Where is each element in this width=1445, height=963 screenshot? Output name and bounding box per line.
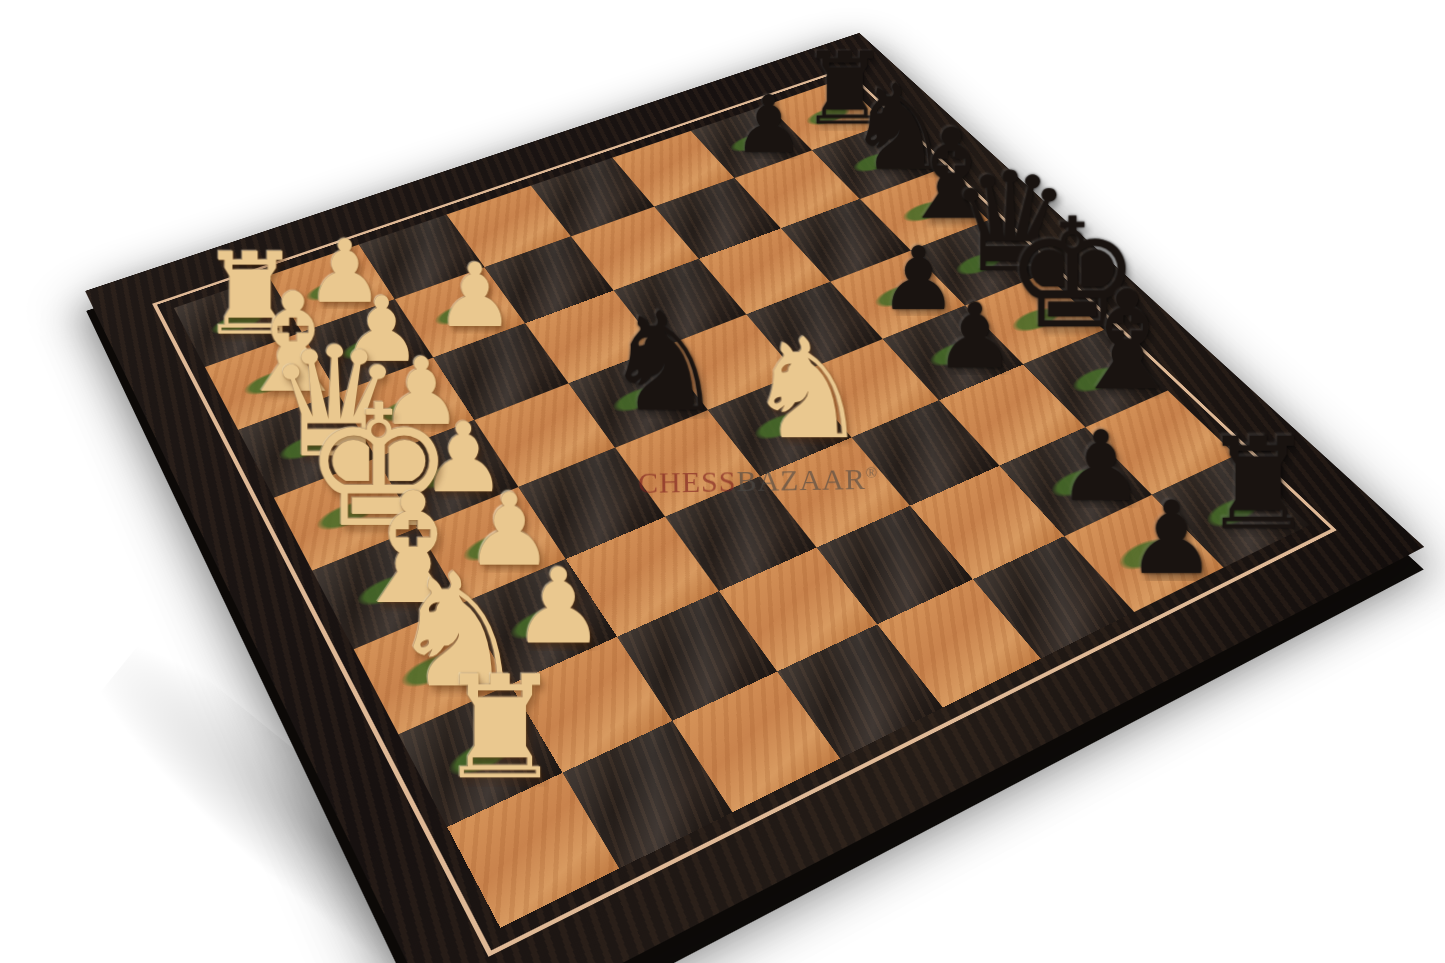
square-b8: ♞ xyxy=(812,124,936,199)
felt-pad-e8 xyxy=(1006,303,1066,337)
piece-black-king-e8: ♚ xyxy=(1004,198,1104,350)
felt-pad-e7 xyxy=(923,336,985,371)
felt-pad-d7 xyxy=(869,279,929,312)
square-c5 xyxy=(614,259,747,348)
felt-pad-c2 xyxy=(374,390,439,427)
felt-pad-b8 xyxy=(848,148,903,176)
square-f5 xyxy=(760,437,910,547)
piece-white-rook-a1: ♜ xyxy=(199,237,299,351)
piece-white-pawn-a2: ♟ xyxy=(296,229,394,316)
chess-board: ♜♟♟♜♝♟♟♞♛♟♝♚♟♞♟♛♝♟♞♟♚♞♟♝♜♟♟♜ xyxy=(85,33,1424,963)
square-a6 xyxy=(612,131,734,207)
felt-pad-g1 xyxy=(443,730,520,783)
square-d6 xyxy=(746,282,882,374)
piece-black-rook-a8: ♜ xyxy=(800,39,888,139)
square-b6 xyxy=(654,178,781,259)
square-b7 xyxy=(735,150,860,228)
square-d7: ♟ xyxy=(830,251,965,339)
piece-black-knight-d4: ♞ xyxy=(603,294,708,431)
chess-board-squares: ♜♟♟♜♝♟♟♞♛♟♝♚♟♞♟♛♝♟♞♟♚♞♟♝♜♟♟♜ xyxy=(174,79,1309,927)
photo-scene: ♜♟♟♜♝♟♟♞♛♟♝♚♟♞♟♛♝♟♞♟♚♞♟♝♜♟♟♜ xyxy=(0,0,1445,963)
felt-pad-f2 xyxy=(504,599,576,645)
felt-pad-a1 xyxy=(207,305,269,339)
square-c3 xyxy=(433,323,568,420)
square-a8: ♜ xyxy=(767,79,887,150)
square-e8: ♚ xyxy=(965,273,1104,364)
square-b3: ♟ xyxy=(395,267,525,357)
felt-pad-c8 xyxy=(897,196,954,226)
square-e7: ♟ xyxy=(883,306,1023,401)
felt-pad-d4 xyxy=(607,380,671,417)
piece-black-pawn-d7: ♟ xyxy=(869,236,968,323)
piece-white-bishop-b1: ♝ xyxy=(232,276,336,413)
felt-pad-b1 xyxy=(240,364,304,400)
felt-pad-e2 xyxy=(458,524,527,567)
square-a3 xyxy=(359,215,485,300)
square-d8: ♛ xyxy=(911,220,1045,305)
square-a4 xyxy=(446,186,570,268)
piece-white-pawn-b3: ♟ xyxy=(425,253,525,341)
felt-pad-d8 xyxy=(950,248,1008,280)
square-a7: ♟ xyxy=(691,105,812,178)
felt-pad-a8 xyxy=(801,102,854,128)
square-b5 xyxy=(571,207,699,291)
square-c7 xyxy=(781,199,911,282)
square-c4 xyxy=(525,290,659,383)
square-a1: ♜ xyxy=(174,276,302,367)
square-c8: ♝ xyxy=(860,171,989,251)
piece-black-bishop-f8: ♝ xyxy=(1066,273,1169,410)
square-b2: ♟ xyxy=(302,299,434,393)
piece-white-queen-c1: ♛ xyxy=(266,327,373,480)
felt-pad-d2 xyxy=(415,455,482,495)
piece-black-knight-b8: ♞ xyxy=(846,68,937,187)
piece-white-pawn-b2: ♟ xyxy=(331,286,433,376)
square-c6 xyxy=(699,228,830,314)
felt-pad-b2 xyxy=(337,329,400,364)
square-a2: ♟ xyxy=(268,245,395,333)
piece-black-pawn-a7: ♟ xyxy=(724,86,814,165)
felt-pad-b3 xyxy=(430,296,491,329)
felt-pad-g7 xyxy=(1044,462,1110,502)
piece-black-queen-d8: ♛ xyxy=(948,154,1045,292)
felt-pad-a2 xyxy=(302,273,363,306)
square-a5 xyxy=(531,158,654,237)
piece-white-knight-e5: ♞ xyxy=(745,319,851,458)
felt-pad-a7 xyxy=(725,128,780,155)
felt-pad-h8 xyxy=(1199,491,1265,533)
felt-pad-e5 xyxy=(749,407,813,445)
piece-black-bishop-c8: ♝ xyxy=(896,113,990,237)
felt-pad-h7 xyxy=(1111,532,1179,575)
felt-pad-d1 xyxy=(312,494,381,536)
felt-pad-c1 xyxy=(275,427,341,466)
felt-pad-f8 xyxy=(1066,361,1128,397)
piece-black-pawn-e7: ♟ xyxy=(924,292,1026,382)
square-f7 xyxy=(939,364,1085,465)
square-b4 xyxy=(485,236,614,323)
square-d5 xyxy=(659,314,797,410)
